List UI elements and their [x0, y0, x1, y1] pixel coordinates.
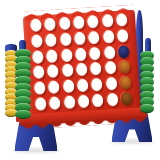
- board-hole-r3c6: [104, 46, 116, 60]
- board-hole-r6c2: [49, 96, 61, 110]
- product-photo-connect-four: [0, 0, 160, 160]
- board-hole-r4c6: [105, 61, 117, 75]
- board-hole-r3c1: [32, 50, 44, 64]
- ring-stack-right-green: [140, 52, 154, 112]
- board-hole-r6c7: [121, 92, 133, 106]
- hole-grid: [28, 12, 135, 112]
- board-hole-r2c5: [88, 31, 100, 45]
- game-board: [23, 10, 141, 123]
- board-hole-r3c2: [46, 49, 58, 63]
- ring-stack-left-green: [15, 50, 31, 118]
- board-hole-r1c2: [44, 18, 56, 32]
- board-hole-r2c3: [60, 33, 72, 47]
- board-hole-r4c2: [47, 65, 59, 79]
- board-hole-r5c6: [106, 77, 118, 91]
- board-hole-r3c4: [75, 47, 87, 61]
- board-hole-r2c4: [74, 32, 86, 46]
- board-hole-r5c5: [91, 78, 103, 92]
- board-hole-r4c3: [61, 64, 73, 78]
- board-hole-r2c1: [31, 34, 43, 48]
- board-hole-r5c1: [34, 81, 46, 95]
- board-hole-r5c4: [77, 79, 89, 93]
- board-hole-r3c5: [89, 47, 101, 61]
- board-hole-r2c6: [103, 30, 115, 44]
- board-hole-r6c5: [92, 93, 104, 107]
- board-hole-r1c3: [59, 17, 71, 31]
- board-hole-r6c1: [35, 97, 47, 111]
- board-hole-r3c7: [118, 45, 130, 59]
- board-hole-r4c7: [119, 60, 131, 74]
- board-hole-r6c4: [78, 94, 90, 108]
- board-hole-r1c7: [116, 13, 128, 27]
- board-hole-r1c4: [73, 16, 85, 30]
- board-hole-r6c3: [63, 95, 75, 109]
- board-hole-r4c4: [76, 63, 88, 77]
- board-hole-r2c2: [45, 34, 57, 48]
- brand-sticker: [16, 117, 19, 122]
- board-hole-r5c7: [120, 76, 132, 90]
- board-hole-r5c2: [48, 80, 60, 94]
- board-hole-r6c6: [107, 93, 119, 107]
- board-hole-r1c1: [30, 19, 42, 33]
- board-hole-r4c5: [90, 62, 102, 76]
- board-hole-r5c3: [62, 80, 74, 94]
- green-ring: [140, 104, 154, 113]
- board-hole-r1c6: [102, 14, 114, 28]
- board-hole-r2c7: [117, 29, 129, 43]
- board-hole-r4c1: [33, 66, 45, 80]
- board-hole-r1c5: [87, 15, 99, 29]
- board-hole-r3c3: [60, 48, 72, 62]
